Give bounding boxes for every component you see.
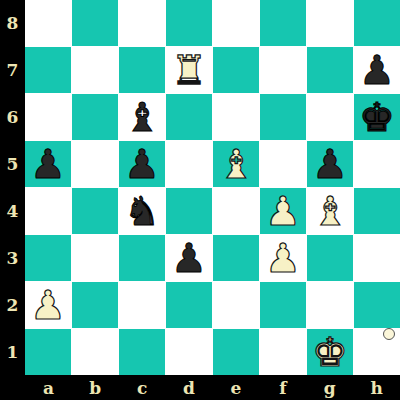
rank-label-8: 8 [0,0,25,47]
square-g8[interactable] [307,0,353,46]
file-label-d: d [166,375,213,400]
square-f2[interactable] [260,282,306,328]
rank-label-7: 7 [0,47,25,94]
chess-board: ♜♟♝♚♟♟♝♟♞♟♝♟♟♟♚ [25,0,400,375]
square-e8[interactable] [213,0,259,46]
square-a7[interactable] [25,47,71,93]
square-c6[interactable]: ♝ [119,94,165,140]
square-d2[interactable] [166,282,212,328]
square-c8[interactable] [119,0,165,46]
file-labels: abcdefgh [25,375,400,400]
white-pawn[interactable]: ♟ [265,235,301,281]
rank-label-2: 2 [0,281,25,328]
white-bishop[interactable]: ♝ [312,188,348,234]
square-f6[interactable] [260,94,306,140]
square-h4[interactable] [354,188,400,234]
square-a6[interactable] [25,94,71,140]
square-b1[interactable] [72,329,118,375]
square-a5[interactable]: ♟ [25,141,71,187]
square-b8[interactable] [72,0,118,46]
rank-label-4: 4 [0,188,25,235]
file-label-c: c [119,375,166,400]
file-label-b: b [72,375,119,400]
square-f1[interactable] [260,329,306,375]
square-g5[interactable]: ♟ [307,141,353,187]
black-bishop[interactable]: ♝ [124,94,160,140]
square-d5[interactable] [166,141,212,187]
white-king[interactable]: ♚ [312,329,348,375]
square-c4[interactable]: ♞ [119,188,165,234]
square-f5[interactable] [260,141,306,187]
square-h3[interactable] [354,235,400,281]
square-h5[interactable] [354,141,400,187]
square-g4[interactable]: ♝ [307,188,353,234]
square-c7[interactable] [119,47,165,93]
square-b5[interactable] [72,141,118,187]
square-e3[interactable] [213,235,259,281]
square-g6[interactable] [307,94,353,140]
square-a4[interactable] [25,188,71,234]
square-b4[interactable] [72,188,118,234]
square-c2[interactable] [119,282,165,328]
square-d6[interactable] [166,94,212,140]
file-label-e: e [213,375,260,400]
square-h8[interactable] [354,0,400,46]
file-label-g: g [306,375,353,400]
square-c5[interactable]: ♟ [119,141,165,187]
square-a3[interactable] [25,235,71,281]
file-label-a: a [25,375,72,400]
square-g7[interactable] [307,47,353,93]
black-pawn[interactable]: ♟ [124,141,160,187]
square-b3[interactable] [72,235,118,281]
square-f3[interactable]: ♟ [260,235,306,281]
black-knight[interactable]: ♞ [124,188,160,234]
black-pawn[interactable]: ♟ [312,141,348,187]
square-d3[interactable]: ♟ [166,235,212,281]
file-label-f: f [259,375,306,400]
square-e5[interactable]: ♝ [213,141,259,187]
square-g2[interactable] [307,282,353,328]
white-pawn[interactable]: ♟ [30,282,66,328]
black-pawn[interactable]: ♟ [171,235,207,281]
square-b7[interactable] [72,47,118,93]
white-bishop[interactable]: ♝ [218,141,254,187]
square-a8[interactable] [25,0,71,46]
square-e6[interactable] [213,94,259,140]
rank-label-5: 5 [0,141,25,188]
rank-label-3: 3 [0,234,25,281]
white-rook[interactable]: ♜ [171,47,207,93]
chessboard-frame: 87654321 ♜♟♝♚♟♟♝♟♞♟♝♟♟♟♚ abcdefgh [0,0,400,400]
rank-labels: 87654321 [0,0,25,375]
black-king[interactable]: ♚ [359,94,395,140]
rank-label-1: 1 [0,328,25,375]
white-to-move-indicator [383,328,395,340]
file-label-h: h [353,375,400,400]
square-f8[interactable] [260,0,306,46]
square-b2[interactable] [72,282,118,328]
square-h6[interactable]: ♚ [354,94,400,140]
square-g1[interactable]: ♚ [307,329,353,375]
square-f4[interactable]: ♟ [260,188,306,234]
square-c1[interactable] [119,329,165,375]
rank-label-6: 6 [0,94,25,141]
square-h7[interactable]: ♟ [354,47,400,93]
square-a2[interactable]: ♟ [25,282,71,328]
square-d8[interactable] [166,0,212,46]
square-e4[interactable] [213,188,259,234]
square-c3[interactable] [119,235,165,281]
square-a1[interactable] [25,329,71,375]
square-d7[interactable]: ♜ [166,47,212,93]
square-d1[interactable] [166,329,212,375]
black-pawn[interactable]: ♟ [30,141,66,187]
square-d4[interactable] [166,188,212,234]
square-e7[interactable] [213,47,259,93]
square-e1[interactable] [213,329,259,375]
black-pawn[interactable]: ♟ [359,47,395,93]
square-h2[interactable] [354,282,400,328]
square-g3[interactable] [307,235,353,281]
square-b6[interactable] [72,94,118,140]
white-pawn[interactable]: ♟ [265,188,301,234]
square-e2[interactable] [213,282,259,328]
square-f7[interactable] [260,47,306,93]
